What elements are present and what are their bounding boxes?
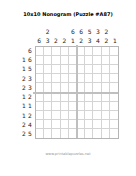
grid-cell[interactable] xyxy=(52,74,60,83)
grid-cell[interactable] xyxy=(36,102,44,111)
grid-cell[interactable] xyxy=(44,129,52,138)
puzzle-title: 10x10 Nonogram (Puzzle #A87) xyxy=(0,11,136,17)
grid-cell[interactable] xyxy=(52,111,60,120)
grid-cell[interactable] xyxy=(102,102,110,111)
grid-cell[interactable] xyxy=(102,120,110,129)
grid-cell[interactable] xyxy=(61,83,69,92)
grid-cell[interactable] xyxy=(36,56,44,65)
grid-cell[interactable] xyxy=(77,93,85,102)
grid-cell[interactable] xyxy=(93,129,101,138)
grid-cell[interactable] xyxy=(85,102,93,111)
row-clue-number: 2 xyxy=(27,113,33,119)
grid-cell[interactable] xyxy=(69,47,77,56)
grid-cell[interactable] xyxy=(52,102,60,111)
grid-cell[interactable] xyxy=(93,74,101,83)
grid-cell[interactable] xyxy=(110,65,118,74)
row-clues: 6161523231211122425 xyxy=(8,46,33,139)
grid-cell[interactable] xyxy=(36,111,44,120)
grid-cell[interactable] xyxy=(110,56,118,65)
grid-cell[interactable] xyxy=(52,56,60,65)
footer-url: www.printablepuzzles.net xyxy=(0,153,136,157)
grid-cell[interactable] xyxy=(61,120,69,129)
grid-cell[interactable] xyxy=(44,65,52,74)
row-clue-number: 2 xyxy=(27,94,33,100)
grid-cell[interactable] xyxy=(44,102,52,111)
grid-cell[interactable] xyxy=(77,74,85,83)
grid-cell[interactable] xyxy=(110,102,118,111)
grid-cell[interactable] xyxy=(61,65,69,74)
grid-cell[interactable] xyxy=(102,83,110,92)
col-clue: 6 xyxy=(69,28,77,37)
grid-cell[interactable] xyxy=(36,74,44,83)
grid-cell[interactable] xyxy=(102,93,110,102)
grid-cell[interactable] xyxy=(102,74,110,83)
col-clue: 2 xyxy=(43,28,51,37)
grid-cell[interactable] xyxy=(44,120,52,129)
grid-cell[interactable] xyxy=(77,65,85,74)
col-clue: 2 xyxy=(60,37,68,46)
col-clue: 4 xyxy=(94,37,102,46)
grid-cell[interactable] xyxy=(77,47,85,56)
grid-cell[interactable] xyxy=(110,120,118,129)
row-clue: 23 xyxy=(8,83,33,92)
grid-cell[interactable] xyxy=(69,83,77,92)
grid-cell[interactable] xyxy=(44,111,52,120)
col-clue: 2 xyxy=(52,37,60,46)
grid-cell[interactable] xyxy=(77,111,85,120)
grid-cell[interactable] xyxy=(93,111,101,120)
grid-cell[interactable] xyxy=(69,129,77,138)
row-clue: 16 xyxy=(8,55,33,64)
grid-cell[interactable] xyxy=(110,93,118,102)
grid-cell[interactable] xyxy=(85,120,93,129)
grid-cell[interactable] xyxy=(61,93,69,102)
col-clue: 5 xyxy=(85,28,93,37)
grid-cell[interactable] xyxy=(93,65,101,74)
nonogram-page: 10x10 Nonogram (Puzzle #A87) 26653263221… xyxy=(0,0,136,176)
grid-cell[interactable] xyxy=(36,120,44,129)
grid-cell[interactable] xyxy=(85,56,93,65)
grid-cell[interactable] xyxy=(110,74,118,83)
grid-cell[interactable] xyxy=(69,120,77,129)
grid-cell[interactable] xyxy=(85,47,93,56)
grid-cell[interactable] xyxy=(85,111,93,120)
row-clue-number: 4 xyxy=(27,122,33,128)
grid-cell[interactable] xyxy=(93,83,101,92)
grid-cell[interactable] xyxy=(77,129,85,138)
grid-cell[interactable] xyxy=(69,102,77,111)
row-clue: 23 xyxy=(8,74,33,83)
grid-cell[interactable] xyxy=(36,47,44,56)
grid-cell[interactable] xyxy=(110,83,118,92)
row-clue: 11 xyxy=(8,102,33,111)
grid-cell[interactable] xyxy=(93,93,101,102)
grid-cell[interactable] xyxy=(44,93,52,102)
grid-cell[interactable] xyxy=(93,47,101,56)
grid-cell[interactable] xyxy=(77,120,85,129)
grid-cell[interactable] xyxy=(36,93,44,102)
column-clues: 2665326322123421 xyxy=(35,28,119,45)
grid-cell[interactable] xyxy=(44,83,52,92)
row-clue-number: 6 xyxy=(27,48,33,54)
grid-cell[interactable] xyxy=(102,111,110,120)
grid-cell[interactable] xyxy=(52,83,60,92)
grid-cell[interactable] xyxy=(52,120,60,129)
row-clue-number: 1 xyxy=(27,103,33,109)
grid-cell[interactable] xyxy=(93,102,101,111)
grid-cell[interactable] xyxy=(44,47,52,56)
col-clue: 2 xyxy=(77,37,85,46)
grid-cell[interactable] xyxy=(44,74,52,83)
col-clue xyxy=(35,28,43,37)
grid-cell[interactable] xyxy=(36,65,44,74)
grid-cell[interactable] xyxy=(102,65,110,74)
col-clue xyxy=(52,28,60,37)
col-clue: 6 xyxy=(77,28,85,37)
grid-cell[interactable] xyxy=(52,93,60,102)
grid-cell[interactable] xyxy=(69,74,77,83)
grid-cell[interactable] xyxy=(52,65,60,74)
grid-cell[interactable] xyxy=(93,56,101,65)
grid-cell[interactable] xyxy=(61,102,69,111)
grid-cell[interactable] xyxy=(52,129,60,138)
grid-cell[interactable] xyxy=(77,83,85,92)
grid-cell[interactable] xyxy=(85,65,93,74)
grid-cell[interactable] xyxy=(77,102,85,111)
grid-cell[interactable] xyxy=(36,129,44,138)
grid-cell[interactable] xyxy=(77,56,85,65)
grid-cell[interactable] xyxy=(69,93,77,102)
grid-cell[interactable] xyxy=(44,56,52,65)
col-clue: 6 xyxy=(35,37,43,46)
grid-cell[interactable] xyxy=(61,111,69,120)
col-clue: 3 xyxy=(85,37,93,46)
row-clue: 15 xyxy=(8,65,33,74)
grid-cell[interactable] xyxy=(93,120,101,129)
grid-cell[interactable] xyxy=(85,129,93,138)
grid-cell[interactable] xyxy=(36,83,44,92)
col-clue: 2 xyxy=(102,37,110,46)
row-clue: 6 xyxy=(8,46,33,55)
grid-cell[interactable] xyxy=(102,129,110,138)
grid-cell[interactable] xyxy=(61,56,69,65)
grid-cell[interactable] xyxy=(102,47,110,56)
col-clue xyxy=(60,28,68,37)
grid-cell[interactable] xyxy=(110,47,118,56)
col-clue: 3 xyxy=(94,28,102,37)
puzzle-grid xyxy=(35,46,119,139)
row-clue: 24 xyxy=(8,120,33,129)
grid-cell[interactable] xyxy=(69,111,77,120)
grid-cell[interactable] xyxy=(69,56,77,65)
grid-cell[interactable] xyxy=(85,93,93,102)
grid-cell[interactable] xyxy=(110,111,118,120)
grid-cell[interactable] xyxy=(52,47,60,56)
grid-cell[interactable] xyxy=(85,83,93,92)
row-clue-number: 5 xyxy=(27,131,33,137)
col-clue: 3 xyxy=(43,37,51,46)
row-clue-number: 3 xyxy=(27,76,33,82)
col-clue xyxy=(111,28,119,37)
grid-cell[interactable] xyxy=(102,56,110,65)
grid-cell[interactable] xyxy=(110,129,118,138)
grid-cell[interactable] xyxy=(61,129,69,138)
row-clue-number: 5 xyxy=(27,66,33,72)
row-clue: 25 xyxy=(8,130,33,139)
col-clue: 2 xyxy=(102,28,110,37)
grid-cell[interactable] xyxy=(85,74,93,83)
row-clue-number: 6 xyxy=(27,57,33,63)
col-clue: 1 xyxy=(111,37,119,46)
row-clue-number: 3 xyxy=(27,85,33,91)
row-clue: 12 xyxy=(8,93,33,102)
grid-cell[interactable] xyxy=(61,74,69,83)
row-clue: 12 xyxy=(8,111,33,120)
grid-cell[interactable] xyxy=(69,65,77,74)
col-clue: 1 xyxy=(69,37,77,46)
grid-cell[interactable] xyxy=(61,47,69,56)
